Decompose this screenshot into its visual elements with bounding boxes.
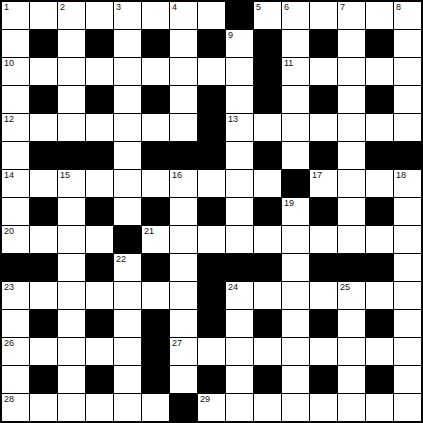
white-cell[interactable]: [226, 338, 253, 365]
white-cell[interactable]: 21: [142, 226, 169, 253]
white-cell[interactable]: 25: [338, 282, 365, 309]
clue-number: 17: [312, 170, 322, 181]
black-cell: [198, 142, 225, 169]
white-cell[interactable]: [282, 30, 309, 57]
clue-number: 8: [396, 2, 401, 13]
white-cell[interactable]: [58, 394, 85, 421]
white-cell[interactable]: [114, 86, 141, 113]
white-cell[interactable]: [142, 58, 169, 85]
clue-number: 4: [172, 2, 177, 13]
black-cell: [2, 254, 29, 281]
black-cell: [142, 310, 169, 337]
white-cell[interactable]: [366, 2, 393, 29]
black-cell: [86, 30, 113, 57]
white-cell[interactable]: [366, 226, 393, 253]
white-cell[interactable]: 9: [226, 30, 253, 57]
white-cell[interactable]: [254, 170, 281, 197]
white-cell[interactable]: [226, 366, 253, 393]
clue-number: 15: [60, 170, 70, 181]
white-cell[interactable]: [394, 114, 421, 141]
white-cell[interactable]: [86, 338, 113, 365]
white-cell[interactable]: 18: [394, 170, 421, 197]
black-cell: [366, 366, 393, 393]
white-cell[interactable]: [366, 394, 393, 421]
clue-number: 14: [4, 170, 14, 181]
white-cell[interactable]: 23: [2, 282, 29, 309]
white-cell[interactable]: [394, 58, 421, 85]
white-cell[interactable]: [114, 310, 141, 337]
black-cell: [86, 254, 113, 281]
white-cell[interactable]: [282, 310, 309, 337]
white-cell[interactable]: [282, 254, 309, 281]
white-cell[interactable]: [394, 30, 421, 57]
clue-number: 9: [228, 30, 233, 41]
white-cell[interactable]: 2: [58, 2, 85, 29]
black-cell: [198, 366, 225, 393]
white-cell[interactable]: [394, 338, 421, 365]
black-cell: [86, 198, 113, 225]
white-cell[interactable]: [282, 114, 309, 141]
white-cell[interactable]: [58, 254, 85, 281]
white-cell[interactable]: [30, 282, 57, 309]
black-cell: [142, 142, 169, 169]
black-cell: [30, 254, 57, 281]
white-cell[interactable]: [282, 394, 309, 421]
white-cell[interactable]: [170, 310, 197, 337]
white-cell[interactable]: [394, 254, 421, 281]
white-cell[interactable]: [86, 2, 113, 29]
white-cell[interactable]: [142, 170, 169, 197]
white-cell[interactable]: [338, 366, 365, 393]
white-cell[interactable]: [86, 226, 113, 253]
white-cell[interactable]: [30, 2, 57, 29]
black-cell: [310, 310, 337, 337]
black-cell: [310, 86, 337, 113]
white-cell[interactable]: 13: [226, 114, 253, 141]
white-cell[interactable]: [142, 282, 169, 309]
white-cell[interactable]: [170, 114, 197, 141]
white-cell[interactable]: [394, 394, 421, 421]
white-cell[interactable]: [310, 282, 337, 309]
white-cell[interactable]: [30, 170, 57, 197]
white-cell[interactable]: [366, 282, 393, 309]
white-cell[interactable]: [114, 338, 141, 365]
white-cell[interactable]: [170, 366, 197, 393]
white-cell[interactable]: [2, 86, 29, 113]
black-cell: [30, 30, 57, 57]
white-cell[interactable]: [226, 394, 253, 421]
white-cell[interactable]: 12: [2, 114, 29, 141]
white-cell[interactable]: 28: [2, 394, 29, 421]
white-cell[interactable]: 15: [58, 170, 85, 197]
white-cell[interactable]: [226, 170, 253, 197]
black-cell: [310, 30, 337, 57]
white-cell[interactable]: 3: [114, 2, 141, 29]
white-cell[interactable]: [338, 114, 365, 141]
black-cell: [198, 254, 225, 281]
white-cell[interactable]: [170, 198, 197, 225]
clue-number: 7: [340, 2, 345, 13]
black-cell: [142, 338, 169, 365]
white-cell[interactable]: 19: [282, 198, 309, 225]
white-cell[interactable]: [394, 198, 421, 225]
clue-number: 12: [4, 114, 14, 125]
white-cell[interactable]: [114, 282, 141, 309]
white-cell[interactable]: [58, 366, 85, 393]
clue-number: 10: [4, 58, 14, 69]
clue-number: 23: [4, 282, 14, 293]
black-cell: [366, 30, 393, 57]
white-cell[interactable]: [254, 114, 281, 141]
white-cell[interactable]: [394, 86, 421, 113]
white-cell[interactable]: [226, 198, 253, 225]
black-cell: [366, 254, 393, 281]
white-cell[interactable]: 27: [170, 338, 197, 365]
white-cell[interactable]: [86, 58, 113, 85]
clue-number: 29: [200, 394, 210, 405]
white-cell[interactable]: 24: [226, 282, 253, 309]
white-cell[interactable]: [198, 226, 225, 253]
white-cell[interactable]: [338, 310, 365, 337]
black-cell: [254, 30, 281, 57]
white-cell[interactable]: 8: [394, 2, 421, 29]
white-cell[interactable]: [58, 58, 85, 85]
white-cell[interactable]: [338, 394, 365, 421]
white-cell[interactable]: [170, 254, 197, 281]
black-cell: [226, 254, 253, 281]
white-cell[interactable]: [198, 2, 225, 29]
black-cell: [30, 198, 57, 225]
black-cell: [198, 198, 225, 225]
black-cell: [226, 2, 253, 29]
white-cell[interactable]: [58, 86, 85, 113]
white-cell[interactable]: 6: [282, 2, 309, 29]
white-cell[interactable]: 29: [198, 394, 225, 421]
white-cell[interactable]: [198, 58, 225, 85]
white-cell[interactable]: [254, 226, 281, 253]
white-cell[interactable]: [114, 394, 141, 421]
white-cell[interactable]: [58, 198, 85, 225]
white-cell[interactable]: [226, 86, 253, 113]
white-cell[interactable]: [58, 310, 85, 337]
white-cell[interactable]: [310, 58, 337, 85]
white-cell[interactable]: [114, 30, 141, 57]
white-cell[interactable]: [114, 366, 141, 393]
black-cell: [142, 254, 169, 281]
clue-number: 5: [256, 2, 261, 13]
white-cell[interactable]: [366, 170, 393, 197]
white-cell[interactable]: [198, 338, 225, 365]
black-cell: [30, 142, 57, 169]
white-cell[interactable]: 22: [114, 254, 141, 281]
black-cell: [86, 366, 113, 393]
white-cell[interactable]: [170, 30, 197, 57]
black-cell: [310, 366, 337, 393]
white-cell[interactable]: [338, 58, 365, 85]
white-cell[interactable]: [282, 366, 309, 393]
white-cell[interactable]: 10: [2, 58, 29, 85]
white-cell[interactable]: [310, 338, 337, 365]
white-cell[interactable]: [226, 310, 253, 337]
black-cell: [142, 366, 169, 393]
white-cell[interactable]: 16: [170, 170, 197, 197]
clue-number: 22: [116, 254, 126, 265]
black-cell: [30, 366, 57, 393]
black-cell: [366, 86, 393, 113]
white-cell[interactable]: [338, 142, 365, 169]
black-cell: [170, 394, 197, 421]
white-cell[interactable]: [310, 2, 337, 29]
white-cell[interactable]: [58, 226, 85, 253]
black-cell: [366, 198, 393, 225]
white-cell[interactable]: [282, 282, 309, 309]
white-cell[interactable]: [254, 338, 281, 365]
white-cell[interactable]: [58, 30, 85, 57]
white-cell[interactable]: [254, 394, 281, 421]
white-cell[interactable]: [2, 142, 29, 169]
black-cell: [58, 142, 85, 169]
white-cell[interactable]: [366, 58, 393, 85]
black-cell: [254, 310, 281, 337]
clue-number: 16: [172, 170, 182, 181]
white-cell[interactable]: [58, 338, 85, 365]
black-cell: [198, 282, 225, 309]
white-cell[interactable]: [114, 170, 141, 197]
black-cell: [142, 30, 169, 57]
white-cell[interactable]: [226, 142, 253, 169]
white-cell[interactable]: 4: [170, 2, 197, 29]
white-cell[interactable]: [142, 2, 169, 29]
white-cell[interactable]: [338, 226, 365, 253]
black-cell: [310, 198, 337, 225]
white-cell[interactable]: 14: [2, 170, 29, 197]
white-cell[interactable]: [366, 338, 393, 365]
black-cell: [198, 86, 225, 113]
white-cell[interactable]: [338, 86, 365, 113]
black-cell: [310, 254, 337, 281]
white-cell[interactable]: 17: [310, 170, 337, 197]
white-cell[interactable]: [394, 366, 421, 393]
white-cell[interactable]: [170, 282, 197, 309]
clue-number: 28: [4, 394, 14, 405]
black-cell: [338, 254, 365, 281]
clue-number: 2: [60, 2, 65, 13]
black-cell: [366, 142, 393, 169]
black-cell: [254, 366, 281, 393]
clue-number: 3: [116, 2, 121, 13]
white-cell[interactable]: [86, 282, 113, 309]
clue-number: 24: [228, 282, 238, 293]
black-cell: [198, 114, 225, 141]
black-cell: [142, 86, 169, 113]
white-cell[interactable]: [170, 86, 197, 113]
white-cell[interactable]: [170, 58, 197, 85]
white-cell[interactable]: [282, 226, 309, 253]
white-cell[interactable]: [226, 58, 253, 85]
black-cell: [254, 58, 281, 85]
black-cell: [30, 86, 57, 113]
white-cell[interactable]: 1: [2, 2, 29, 29]
crossword-puzzle: 1234567891011121314151617181920212223242…: [0, 0, 423, 423]
clue-number: 13: [228, 114, 238, 125]
white-cell[interactable]: 26: [2, 338, 29, 365]
white-cell[interactable]: [114, 142, 141, 169]
clue-number: 20: [4, 226, 14, 237]
white-cell[interactable]: [310, 226, 337, 253]
white-cell[interactable]: [2, 366, 29, 393]
white-cell[interactable]: [394, 226, 421, 253]
clue-number: 26: [4, 338, 14, 349]
black-cell: [30, 310, 57, 337]
white-cell[interactable]: [2, 310, 29, 337]
white-cell[interactable]: [30, 394, 57, 421]
white-cell[interactable]: [30, 226, 57, 253]
white-cell[interactable]: [86, 170, 113, 197]
black-cell: [170, 142, 197, 169]
black-cell: [254, 198, 281, 225]
white-cell[interactable]: [58, 282, 85, 309]
white-cell[interactable]: 5: [254, 2, 281, 29]
black-cell: [114, 226, 141, 253]
white-cell[interactable]: [254, 282, 281, 309]
white-cell[interactable]: [30, 114, 57, 141]
black-cell: [254, 254, 281, 281]
white-cell[interactable]: [226, 226, 253, 253]
black-cell: [86, 86, 113, 113]
white-cell[interactable]: 7: [338, 2, 365, 29]
white-cell[interactable]: [170, 226, 197, 253]
white-cell[interactable]: [394, 282, 421, 309]
white-cell[interactable]: [338, 170, 365, 197]
white-cell[interactable]: [338, 198, 365, 225]
black-cell: [310, 142, 337, 169]
black-cell: [254, 142, 281, 169]
black-cell: [198, 30, 225, 57]
white-cell[interactable]: [86, 394, 113, 421]
black-cell: [394, 142, 421, 169]
black-cell: [142, 198, 169, 225]
white-cell[interactable]: 20: [2, 226, 29, 253]
white-cell[interactable]: [282, 338, 309, 365]
white-cell[interactable]: [114, 114, 141, 141]
clue-number: 27: [172, 338, 182, 349]
white-cell[interactable]: [2, 30, 29, 57]
black-cell: [366, 310, 393, 337]
black-cell: [86, 310, 113, 337]
clue-number: 11: [284, 58, 293, 69]
white-cell[interactable]: [30, 58, 57, 85]
clue-number: 18: [396, 170, 406, 181]
clue-number: 25: [340, 282, 350, 293]
white-cell[interactable]: 11: [282, 58, 309, 85]
white-cell[interactable]: [338, 338, 365, 365]
black-cell: [282, 170, 309, 197]
white-cell[interactable]: [366, 114, 393, 141]
clue-number: 21: [144, 226, 154, 237]
clue-number: 19: [284, 198, 294, 209]
white-cell[interactable]: [310, 114, 337, 141]
black-cell: [86, 142, 113, 169]
white-cell[interactable]: [198, 170, 225, 197]
white-cell[interactable]: [114, 58, 141, 85]
white-cell[interactable]: [142, 114, 169, 141]
white-cell[interactable]: [310, 394, 337, 421]
clue-number: 6: [284, 2, 289, 13]
crossword-board: 1234567891011121314151617181920212223242…: [0, 0, 423, 423]
clue-number: 1: [4, 2, 9, 13]
white-cell[interactable]: [86, 114, 113, 141]
white-cell[interactable]: [338, 30, 365, 57]
white-cell[interactable]: [30, 338, 57, 365]
black-cell: [254, 86, 281, 113]
black-cell: [198, 310, 225, 337]
white-cell[interactable]: [394, 310, 421, 337]
white-cell[interactable]: [58, 114, 85, 141]
white-cell[interactable]: [142, 394, 169, 421]
white-cell[interactable]: [282, 142, 309, 169]
white-cell[interactable]: [114, 198, 141, 225]
white-cell[interactable]: [282, 86, 309, 113]
white-cell[interactable]: [2, 198, 29, 225]
